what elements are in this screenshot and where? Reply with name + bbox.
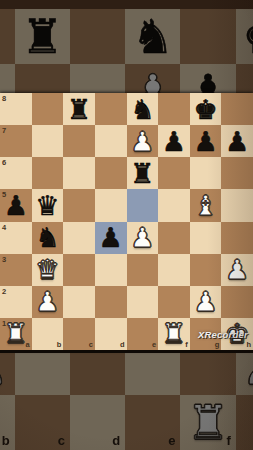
square-e1[interactable]: e — [127, 318, 159, 350]
square-f2 — [180, 353, 235, 395]
square-g4[interactable] — [190, 222, 222, 254]
piece-black-rook[interactable]: ♜ — [63, 93, 95, 125]
square-b2: ♟ — [0, 353, 15, 395]
piece-black-pawn[interactable]: ♟ — [221, 125, 253, 157]
piece-black-queen[interactable]: ♛ — [32, 189, 64, 221]
piece-white-pawn: ♟ — [0, 353, 15, 395]
square-f1: f♜ — [180, 395, 235, 450]
square-b6[interactable] — [32, 157, 64, 189]
xrecorder-watermark: XRecorder — [198, 329, 248, 340]
square-f2[interactable] — [158, 286, 190, 318]
piece-black-pawn[interactable]: ♟ — [95, 222, 127, 254]
square-h7[interactable]: ♟ — [221, 125, 253, 157]
rank-label: 3 — [2, 255, 6, 264]
square-b1: b — [0, 395, 15, 450]
video-frame: ♜♞♚♟♟♟♟ 8♜♞♚7♟♟♟♟6♜5♟♛♝4♞♟♟3♛♟2♟♟1a♜bcde… — [0, 0, 253, 450]
piece-white-pawn: ♟ — [236, 353, 253, 395]
square-g6[interactable] — [190, 157, 222, 189]
rank-label: 6 — [2, 158, 6, 167]
square-c5[interactable] — [63, 189, 95, 221]
square-d8 — [70, 9, 125, 64]
square-a1[interactable]: 1a♜ — [0, 318, 32, 350]
square-e6[interactable]: ♜ — [127, 157, 159, 189]
piece-white-rook[interactable]: ♜ — [158, 318, 190, 350]
piece-white-rook: ♜ — [180, 395, 235, 450]
square-d4[interactable]: ♟ — [95, 222, 127, 254]
square-c7[interactable] — [63, 125, 95, 157]
piece-black-knight: ♞ — [125, 9, 180, 64]
file-label: b — [2, 433, 10, 448]
square-h2[interactable] — [221, 286, 253, 318]
square-g2[interactable]: ♟ — [190, 286, 222, 318]
square-e2 — [125, 353, 180, 395]
square-e5[interactable] — [127, 189, 159, 221]
square-g1: g — [236, 395, 253, 450]
piece-white-pawn[interactable]: ♟ — [32, 286, 64, 318]
square-g7: ♟ — [236, 64, 253, 93]
square-e4[interactable]: ♟ — [127, 222, 159, 254]
file-label: d — [112, 433, 120, 448]
square-h4[interactable] — [221, 222, 253, 254]
square-d6[interactable] — [95, 157, 127, 189]
rank-label: 7 — [2, 126, 6, 135]
piece-white-pawn[interactable]: ♟ — [127, 222, 159, 254]
square-c2[interactable] — [63, 286, 95, 318]
square-a8[interactable]: 8 — [0, 93, 32, 125]
square-e8: ♞ — [125, 9, 180, 64]
square-a7[interactable]: 7 — [0, 125, 32, 157]
square-h8[interactable] — [221, 93, 253, 125]
piece-black-king[interactable]: ♚ — [190, 93, 222, 125]
piece-black-rook: ♜ — [15, 9, 70, 64]
piece-white-pawn[interactable]: ♟ — [190, 286, 222, 318]
square-d7 — [70, 64, 125, 93]
piece-white-queen[interactable]: ♛ — [32, 254, 64, 286]
background-board-top-clip: ♜♞♚♟♟♟♟ — [0, 0, 253, 93]
piece-white-pawn: ♟ — [125, 64, 180, 93]
square-f1[interactable]: f♜ — [158, 318, 190, 350]
square-b8[interactable] — [32, 93, 64, 125]
file-label: g — [215, 340, 220, 349]
file-label: c — [89, 340, 93, 349]
square-e8[interactable]: ♞ — [127, 93, 159, 125]
file-label: c — [58, 433, 65, 448]
file-label: e — [168, 433, 175, 448]
square-b1[interactable]: b — [32, 318, 64, 350]
square-c1[interactable]: c — [63, 318, 95, 350]
piece-black-pawn: ♟ — [180, 64, 235, 93]
background-board-bottom-clip: ♟♟a♜bcdef♜gh♚ — [0, 353, 253, 450]
file-label: d — [120, 340, 125, 349]
square-d8[interactable] — [95, 93, 127, 125]
square-e7: ♟ — [125, 64, 180, 93]
rank-label: 2 — [2, 287, 6, 296]
square-f7[interactable]: ♟ — [158, 125, 190, 157]
background-board-bottom: ♟♟a♜bcdef♜gh♚ — [0, 353, 253, 450]
square-g3[interactable] — [190, 254, 222, 286]
rank-label: 4 — [2, 223, 6, 232]
piece-white-bishop[interactable]: ♝ — [190, 189, 222, 221]
square-c8: ♜ — [15, 9, 70, 64]
square-d1[interactable]: d — [95, 318, 127, 350]
square-c1: c — [15, 395, 70, 450]
piece-black-pawn[interactable]: ♟ — [158, 125, 190, 157]
background-board-top: ♜♞♚♟♟♟♟ — [0, 9, 253, 93]
square-h6[interactable] — [221, 157, 253, 189]
square-b7 — [0, 64, 15, 93]
file-label: e — [152, 340, 156, 349]
square-c4[interactable] — [63, 222, 95, 254]
piece-white-rook[interactable]: ♜ — [0, 318, 32, 350]
square-a6[interactable]: 6 — [0, 157, 32, 189]
square-f4[interactable] — [158, 222, 190, 254]
square-f5[interactable] — [158, 189, 190, 221]
square-g8: ♚ — [236, 9, 253, 64]
square-a4[interactable]: 4 — [0, 222, 32, 254]
rank-label: 8 — [2, 94, 6, 103]
file-label: b — [57, 340, 62, 349]
square-a3[interactable]: 3 — [0, 254, 32, 286]
square-e3[interactable] — [127, 254, 159, 286]
square-b5[interactable]: ♛ — [32, 189, 64, 221]
square-g2: ♟ — [236, 353, 253, 395]
piece-black-pawn[interactable]: ♟ — [0, 189, 32, 221]
square-b7[interactable] — [32, 125, 64, 157]
square-e2[interactable] — [127, 286, 159, 318]
square-a5[interactable]: 5♟ — [0, 189, 32, 221]
main-chessboard[interactable]: 8♜♞♚7♟♟♟♟6♜5♟♛♝4♞♟♟3♛♟2♟♟1a♜bcdef♜gh♚ — [0, 93, 253, 350]
square-d2 — [70, 353, 125, 395]
board-bottom-border — [0, 350, 253, 353]
square-a2[interactable]: 2 — [0, 286, 32, 318]
square-d5[interactable] — [95, 189, 127, 221]
piece-black-knight[interactable]: ♞ — [32, 222, 64, 254]
piece-black-rook[interactable]: ♜ — [127, 157, 159, 189]
square-e1: e — [125, 395, 180, 450]
square-b4[interactable]: ♞ — [32, 222, 64, 254]
square-b2[interactable]: ♟ — [32, 286, 64, 318]
square-h3[interactable]: ♟ — [221, 254, 253, 286]
square-g5[interactable]: ♝ — [190, 189, 222, 221]
piece-white-pawn[interactable]: ♟ — [127, 125, 159, 157]
piece-black-king: ♚ — [236, 9, 253, 64]
piece-black-pawn[interactable]: ♟ — [190, 125, 222, 157]
square-c6[interactable] — [63, 157, 95, 189]
piece-white-pawn[interactable]: ♟ — [221, 254, 253, 286]
piece-black-pawn: ♟ — [236, 64, 253, 93]
square-f3[interactable] — [158, 254, 190, 286]
square-f6[interactable] — [158, 157, 190, 189]
piece-black-knight[interactable]: ♞ — [127, 93, 159, 125]
square-f8[interactable] — [158, 93, 190, 125]
square-d3[interactable] — [95, 254, 127, 286]
square-c2 — [15, 353, 70, 395]
square-c8[interactable]: ♜ — [63, 93, 95, 125]
square-b3[interactable]: ♛ — [32, 254, 64, 286]
square-c7 — [15, 64, 70, 93]
square-c3[interactable] — [63, 254, 95, 286]
square-f8 — [180, 9, 235, 64]
square-f7: ♟ — [180, 64, 235, 93]
square-b8 — [0, 9, 15, 64]
square-g8[interactable]: ♚ — [190, 93, 222, 125]
square-d2[interactable] — [95, 286, 127, 318]
square-d1: d — [70, 395, 125, 450]
square-d7[interactable] — [95, 125, 127, 157]
square-g7[interactable]: ♟ — [190, 125, 222, 157]
square-h5[interactable] — [221, 189, 253, 221]
square-e7[interactable]: ♟ — [127, 125, 159, 157]
